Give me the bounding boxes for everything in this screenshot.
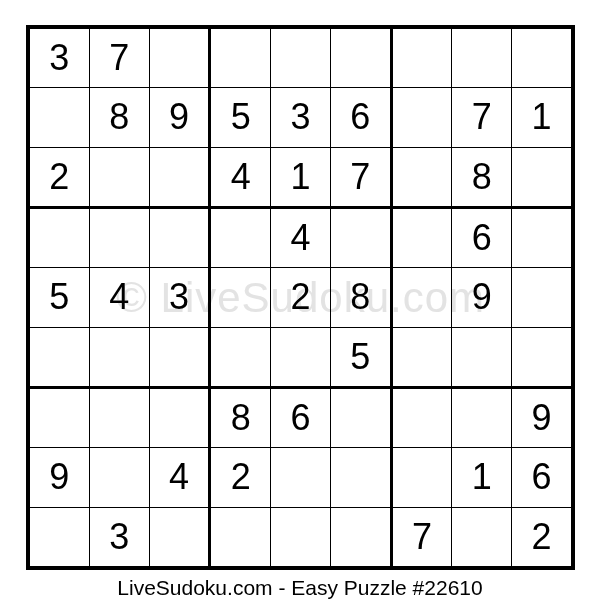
cell-r3c6[interactable]: 7 [331, 148, 390, 206]
block-0-1: 536417 [211, 29, 389, 206]
cell-r2c1[interactable] [30, 88, 89, 146]
cell-r7c6[interactable] [331, 389, 390, 447]
cell-r2c2[interactable]: 8 [90, 88, 149, 146]
cell-r5c4[interactable] [211, 268, 270, 326]
cell-r6c2[interactable] [90, 328, 149, 386]
cell-r8c2[interactable] [90, 448, 149, 506]
cell-r4c4[interactable] [211, 209, 270, 267]
block-1-2: 69 [393, 209, 571, 386]
cell-r1c5[interactable] [271, 29, 330, 87]
cell-r7c8[interactable] [452, 389, 511, 447]
cell-r4c3[interactable] [150, 209, 209, 267]
cell-r6c5[interactable] [271, 328, 330, 386]
cell-r8c3[interactable]: 4 [150, 448, 209, 506]
cell-r4c7[interactable] [393, 209, 452, 267]
cell-r1c1[interactable]: 3 [30, 29, 89, 87]
cell-r9c7[interactable]: 7 [393, 508, 452, 566]
cell-r6c7[interactable] [393, 328, 452, 386]
cell-r5c3[interactable]: 3 [150, 268, 209, 326]
cell-r6c9[interactable] [512, 328, 571, 386]
cell-r5c5[interactable]: 2 [271, 268, 330, 326]
cell-r4c6[interactable] [331, 209, 390, 267]
cell-r9c1[interactable] [30, 508, 89, 566]
cell-r1c6[interactable] [331, 29, 390, 87]
cell-r1c2[interactable]: 7 [90, 29, 149, 87]
cell-r5c9[interactable] [512, 268, 571, 326]
block-1-1: 4285 [211, 209, 389, 386]
cell-r3c9[interactable] [512, 148, 571, 206]
cell-r5c2[interactable]: 4 [90, 268, 149, 326]
cell-r2c8[interactable]: 7 [452, 88, 511, 146]
cell-r1c4[interactable] [211, 29, 270, 87]
block-2-1: 862 [211, 389, 389, 566]
block-2-0: 943 [30, 389, 208, 566]
cell-r9c9[interactable]: 2 [512, 508, 571, 566]
cell-r3c2[interactable] [90, 148, 149, 206]
cell-r2c4[interactable]: 5 [211, 88, 270, 146]
cell-r2c5[interactable]: 3 [271, 88, 330, 146]
cell-r9c6[interactable] [331, 508, 390, 566]
cell-r8c4[interactable]: 2 [211, 448, 270, 506]
cell-r6c6[interactable]: 5 [331, 328, 390, 386]
block-1-0: 543 [30, 209, 208, 386]
cell-r1c9[interactable] [512, 29, 571, 87]
cell-r2c3[interactable]: 9 [150, 88, 209, 146]
cell-r7c9[interactable]: 9 [512, 389, 571, 447]
cell-r4c9[interactable] [512, 209, 571, 267]
cell-r4c2[interactable] [90, 209, 149, 267]
cell-r3c3[interactable] [150, 148, 209, 206]
block-0-0: 37892 [30, 29, 208, 206]
cell-r5c6[interactable]: 8 [331, 268, 390, 326]
cell-r3c5[interactable]: 1 [271, 148, 330, 206]
cell-r9c4[interactable] [211, 508, 270, 566]
sudoku-page: 3789253641771854342856994386291672 © Liv… [0, 0, 600, 615]
cell-r9c5[interactable] [271, 508, 330, 566]
cell-r2c9[interactable]: 1 [512, 88, 571, 146]
cell-r4c5[interactable]: 4 [271, 209, 330, 267]
cell-r1c3[interactable] [150, 29, 209, 87]
cell-r8c6[interactable] [331, 448, 390, 506]
cell-r7c3[interactable] [150, 389, 209, 447]
cell-r8c7[interactable] [393, 448, 452, 506]
cell-r4c8[interactable]: 6 [452, 209, 511, 267]
cell-r8c1[interactable]: 9 [30, 448, 89, 506]
cell-r9c3[interactable] [150, 508, 209, 566]
cell-r3c7[interactable] [393, 148, 452, 206]
cell-r5c7[interactable] [393, 268, 452, 326]
cell-r7c5[interactable]: 6 [271, 389, 330, 447]
cell-r7c1[interactable] [30, 389, 89, 447]
cell-r9c8[interactable] [452, 508, 511, 566]
cell-r4c1[interactable] [30, 209, 89, 267]
cell-r6c8[interactable] [452, 328, 511, 386]
cell-r2c6[interactable]: 6 [331, 88, 390, 146]
cell-r8c5[interactable] [271, 448, 330, 506]
sudoku-board: 3789253641771854342856994386291672 [26, 25, 575, 570]
cell-r2c7[interactable] [393, 88, 452, 146]
cell-r5c8[interactable]: 9 [452, 268, 511, 326]
cell-r8c8[interactable]: 1 [452, 448, 511, 506]
cell-r3c1[interactable]: 2 [30, 148, 89, 206]
block-0-2: 718 [393, 29, 571, 206]
cell-r1c8[interactable] [452, 29, 511, 87]
block-2-2: 91672 [393, 389, 571, 566]
cell-r5c1[interactable]: 5 [30, 268, 89, 326]
cell-r6c4[interactable] [211, 328, 270, 386]
cell-r3c4[interactable]: 4 [211, 148, 270, 206]
cell-r6c1[interactable] [30, 328, 89, 386]
cell-r8c9[interactable]: 6 [512, 448, 571, 506]
cell-r1c7[interactable] [393, 29, 452, 87]
cell-r7c7[interactable] [393, 389, 452, 447]
cell-r7c4[interactable]: 8 [211, 389, 270, 447]
cell-r7c2[interactable] [90, 389, 149, 447]
cell-r6c3[interactable] [150, 328, 209, 386]
cell-r9c2[interactable]: 3 [90, 508, 149, 566]
puzzle-caption: LiveSudoku.com - Easy Puzzle #22610 [0, 576, 600, 600]
cell-r3c8[interactable]: 8 [452, 148, 511, 206]
